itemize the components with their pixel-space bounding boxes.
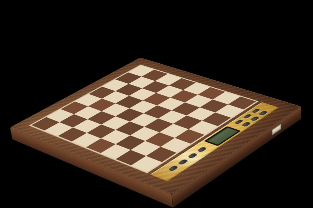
scene: ♜♞♝♛♚♝♞♜♟♟♟♟♟♟♟♟♟♟♟♟♟♟♟♟♜♞♝♛♚♝♞♜: [0, 0, 313, 208]
piece-white-pawn-g2[interactable]: ♟: [136, 143, 157, 150]
brand-plaque: [272, 124, 281, 136]
piece-white-pawn-f2[interactable]: ♟: [150, 134, 170, 141]
piece-white-knight-g1[interactable]: ♞: [148, 147, 177, 157]
piece-black-pawn-h7[interactable]: ♟: [50, 124, 70, 130]
piece-white-rook-h1[interactable]: ♜: [134, 157, 160, 166]
chess-computer: ♜♞♝♛♚♝♞♜♟♟♟♟♟♟♟♟♟♟♟♟♟♟♟♟♜♞♝♛♚♝♞♜: [10, 57, 301, 194]
piece-white-king-e1[interactable]: ♚: [172, 127, 208, 139]
piece-white-bishop-f1[interactable]: ♝: [161, 137, 191, 147]
piece-white-pawn-h2[interactable]: ♟: [121, 152, 142, 159]
